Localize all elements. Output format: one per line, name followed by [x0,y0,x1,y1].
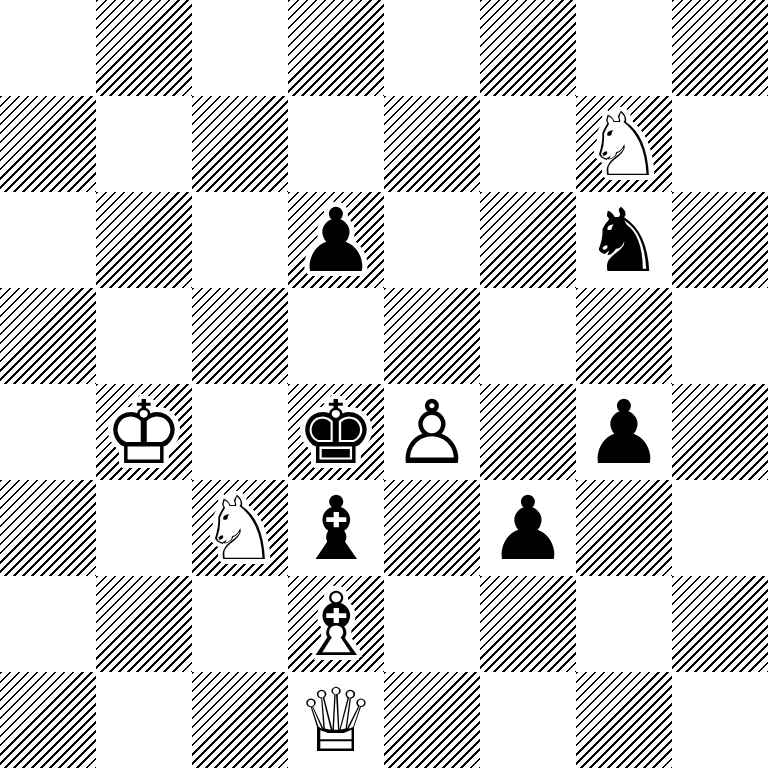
square-c1[interactable] [192,672,288,768]
square-a4[interactable] [0,384,96,480]
square-b6[interactable] [96,192,192,288]
square-g4[interactable]: ♟♟ [576,384,672,480]
square-a7[interactable] [0,96,96,192]
square-d3[interactable]: ♝♝ [288,480,384,576]
square-e6[interactable] [384,192,480,288]
square-f5[interactable] [480,288,576,384]
square-f7[interactable] [480,96,576,192]
square-g3[interactable] [576,480,672,576]
square-b8[interactable] [96,0,192,96]
square-g1[interactable] [576,672,672,768]
square-c3[interactable]: ♞♘ [192,480,288,576]
square-b4[interactable]: ♚♔ [96,384,192,480]
square-h8[interactable] [672,0,768,96]
square-d8[interactable] [288,0,384,96]
black-pawn-f3[interactable]: ♟ [480,480,576,576]
white-bishop-d2[interactable]: ♗ [288,576,384,672]
square-b3[interactable] [96,480,192,576]
square-d4[interactable]: ♚♚ [288,384,384,480]
square-a2[interactable] [0,576,96,672]
square-e3[interactable] [384,480,480,576]
square-h2[interactable] [672,576,768,672]
square-e2[interactable] [384,576,480,672]
square-f1[interactable] [480,672,576,768]
square-d5[interactable] [288,288,384,384]
black-king-d4[interactable]: ♚ [288,384,384,480]
white-queen-d1[interactable]: ♕ [288,672,384,768]
square-g2[interactable] [576,576,672,672]
square-d1[interactable]: ♛♕ [288,672,384,768]
square-c2[interactable] [192,576,288,672]
square-h5[interactable] [672,288,768,384]
square-c6[interactable] [192,192,288,288]
square-f6[interactable] [480,192,576,288]
square-a1[interactable] [0,672,96,768]
square-c8[interactable] [192,0,288,96]
square-f4[interactable] [480,384,576,480]
square-a3[interactable] [0,480,96,576]
square-h4[interactable] [672,384,768,480]
square-b1[interactable] [96,672,192,768]
square-a5[interactable] [0,288,96,384]
white-pawn-e4[interactable]: ♙ [384,384,480,480]
square-e4[interactable]: ♟♙ [384,384,480,480]
black-pawn-d6[interactable]: ♟ [288,192,384,288]
square-g7[interactable]: ♞♘ [576,96,672,192]
square-e5[interactable] [384,288,480,384]
square-b5[interactable] [96,288,192,384]
square-g5[interactable] [576,288,672,384]
square-e1[interactable] [384,672,480,768]
square-c4[interactable] [192,384,288,480]
white-king-b4[interactable]: ♔ [96,384,192,480]
black-knight-g6[interactable]: ♞ [576,192,672,288]
square-g6[interactable]: ♞♞ [576,192,672,288]
square-f3[interactable]: ♟♟ [480,480,576,576]
square-h6[interactable] [672,192,768,288]
white-knight-c3[interactable]: ♘ [192,480,288,576]
square-e7[interactable] [384,96,480,192]
square-c5[interactable] [192,288,288,384]
square-c7[interactable] [192,96,288,192]
square-d6[interactable]: ♟♟ [288,192,384,288]
square-e8[interactable] [384,0,480,96]
square-b2[interactable] [96,576,192,672]
square-h7[interactable] [672,96,768,192]
square-a6[interactable] [0,192,96,288]
square-h3[interactable] [672,480,768,576]
square-d2[interactable]: ♝♗ [288,576,384,672]
square-a8[interactable] [0,0,96,96]
square-g8[interactable] [576,0,672,96]
square-h1[interactable] [672,672,768,768]
black-bishop-d3[interactable]: ♝ [288,480,384,576]
chess-board: ♞♘♟♟♞♞♚♔♚♚♟♙♟♟♞♘♝♝♟♟♝♗♛♕ [0,0,768,768]
white-knight-g7[interactable]: ♘ [576,96,672,192]
black-pawn-g4[interactable]: ♟ [576,384,672,480]
square-d7[interactable] [288,96,384,192]
square-b7[interactable] [96,96,192,192]
square-f8[interactable] [480,0,576,96]
square-f2[interactable] [480,576,576,672]
